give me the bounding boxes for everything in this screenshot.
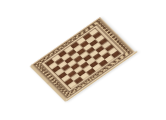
- photo-canvas: [0, 0, 166, 120]
- chessboard: [31, 17, 135, 100]
- board-face: [31, 17, 135, 100]
